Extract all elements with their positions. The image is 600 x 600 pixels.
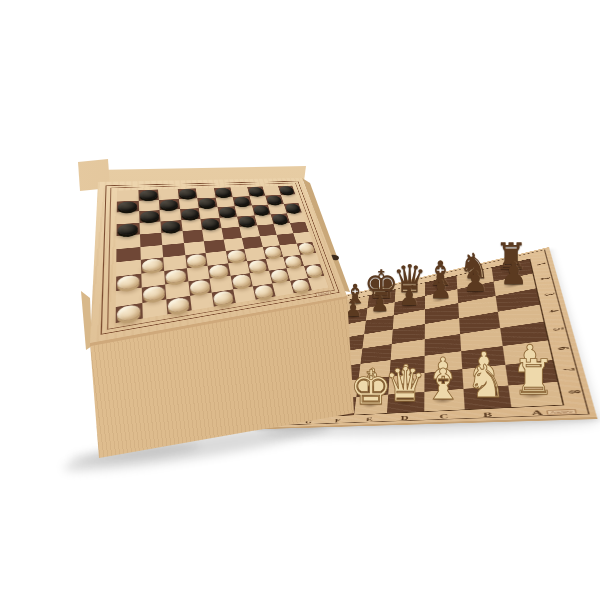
checkers-logo-stamp: Jeujura — [315, 290, 331, 296]
draughts-square-r10c10[interactable] — [307, 275, 328, 290]
wooden-box: Jeujura — [0, 0, 600, 600]
draughts-square-r10c2[interactable] — [142, 299, 168, 319]
product-photo-stage: Jeujura HGFEDCBA1122334455667788 ♜♞♝♚♛♝♞… — [0, 0, 600, 600]
draughts-square-r10c4[interactable] — [190, 292, 214, 310]
